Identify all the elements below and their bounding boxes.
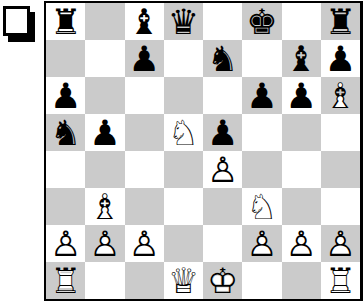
white-piece-fill: ♟: [207, 152, 238, 187]
square-f6[interactable]: ♟: [242, 77, 281, 114]
white-piece-outline: ♕: [168, 263, 199, 298]
piece-white-queen[interactable]: ♛♕: [164, 262, 203, 299]
square-e1[interactable]: ♚♔: [203, 262, 242, 299]
piece-white-pawn[interactable]: ♟♙: [282, 225, 321, 262]
square-a4[interactable]: [46, 151, 85, 188]
white-piece-outline: ♙: [128, 226, 159, 261]
white-piece-outline: ♖: [325, 263, 356, 298]
white-piece-outline: ♖: [50, 263, 81, 298]
white-piece-fill: ♟: [50, 226, 81, 261]
square-d5[interactable]: ♞♘: [164, 114, 203, 151]
square-h2[interactable]: ♟♙: [321, 225, 360, 262]
square-h7[interactable]: ♟: [321, 40, 360, 77]
piece-black-pawn[interactable]: ♟: [46, 77, 85, 114]
white-piece-outline: ♔: [207, 263, 238, 298]
piece-black-pawn[interactable]: ♟: [85, 114, 124, 151]
square-b6[interactable]: [85, 77, 124, 114]
black-piece-glyph: ♟: [89, 115, 120, 150]
black-piece-glyph: ♜: [325, 4, 356, 39]
square-b2[interactable]: ♟♙: [85, 225, 124, 262]
square-e2[interactable]: [203, 225, 242, 262]
black-piece-glyph: ♞: [50, 115, 81, 150]
square-a5[interactable]: ♞: [46, 114, 85, 151]
black-piece-glyph: ♟: [285, 78, 316, 113]
white-piece-outline: ♙: [50, 226, 81, 261]
square-f8[interactable]: ♚: [242, 3, 281, 40]
black-piece-glyph: ♝: [128, 4, 159, 39]
square-h6[interactable]: ♝♗: [321, 77, 360, 114]
square-b7[interactable]: [85, 40, 124, 77]
square-b8[interactable]: [85, 3, 124, 40]
white-piece-outline: ♘: [246, 189, 277, 224]
white-piece-outline: ♙: [325, 226, 356, 261]
piece-black-pawn[interactable]: ♟: [203, 114, 242, 151]
black-piece-glyph: ♟: [50, 78, 81, 113]
square-e5[interactable]: ♟: [203, 114, 242, 151]
piece-white-king[interactable]: ♚♔: [203, 262, 242, 299]
square-c2[interactable]: ♟♙: [125, 225, 164, 262]
white-piece-fill: ♝: [325, 78, 356, 113]
piece-white-knight[interactable]: ♞♘: [164, 114, 203, 151]
piece-white-pawn[interactable]: ♟♙: [125, 225, 164, 262]
square-e3[interactable]: [203, 188, 242, 225]
piece-white-pawn[interactable]: ♟♙: [321, 225, 360, 262]
white-piece-outline: ♙: [285, 226, 316, 261]
square-a8[interactable]: ♜: [46, 3, 85, 40]
piece-white-knight[interactable]: ♞♘: [242, 188, 281, 225]
square-f4[interactable]: [242, 151, 281, 188]
square-c5[interactable]: [125, 114, 164, 151]
white-piece-outline: ♙: [207, 152, 238, 187]
piece-black-pawn[interactable]: ♟: [282, 77, 321, 114]
piece-white-bishop[interactable]: ♝♗: [85, 188, 124, 225]
white-piece-outline: ♘: [168, 115, 199, 150]
square-c3[interactable]: [125, 188, 164, 225]
black-piece-glyph: ♝: [285, 41, 316, 76]
piece-black-king[interactable]: ♚: [242, 3, 281, 40]
square-f5[interactable]: [242, 114, 281, 151]
white-piece-fill: ♛: [168, 263, 199, 298]
square-c4[interactable]: [125, 151, 164, 188]
piece-black-knight[interactable]: ♞: [46, 114, 85, 151]
square-g2[interactable]: ♟♙: [282, 225, 321, 262]
piece-white-rook[interactable]: ♜♖: [46, 262, 85, 299]
piece-black-pawn[interactable]: ♟: [125, 40, 164, 77]
square-h4[interactable]: [321, 151, 360, 188]
square-h3[interactable]: [321, 188, 360, 225]
square-d8[interactable]: ♛: [164, 3, 203, 40]
square-c1[interactable]: [125, 262, 164, 299]
piece-black-rook[interactable]: ♜: [46, 3, 85, 40]
square-c7[interactable]: ♟: [125, 40, 164, 77]
black-piece-glyph: ♞: [207, 41, 238, 76]
black-piece-glyph: ♜: [50, 4, 81, 39]
piece-black-bishop[interactable]: ♝: [282, 40, 321, 77]
square-f1[interactable]: [242, 262, 281, 299]
piece-white-pawn[interactable]: ♟♙: [242, 225, 281, 262]
white-piece-fill: ♝: [89, 189, 120, 224]
square-e8[interactable]: [203, 3, 242, 40]
white-piece-outline: ♗: [89, 189, 120, 224]
square-d4[interactable]: [164, 151, 203, 188]
white-piece-fill: ♟: [89, 226, 120, 261]
white-piece-fill: ♟: [285, 226, 316, 261]
black-piece-glyph: ♟: [128, 41, 159, 76]
white-piece-fill: ♜: [325, 263, 356, 298]
square-d2[interactable]: [164, 225, 203, 262]
white-piece-outline: ♙: [89, 226, 120, 261]
square-f7[interactable]: [242, 40, 281, 77]
piece-white-rook[interactable]: ♜♖: [321, 262, 360, 299]
piece-black-bishop[interactable]: ♝: [125, 3, 164, 40]
white-piece-outline: ♙: [246, 226, 277, 261]
square-d7[interactable]: [164, 40, 203, 77]
white-piece-fill: ♟: [128, 226, 159, 261]
turn-indicator-white-to-move: [3, 6, 30, 36]
square-g5[interactable]: [282, 114, 321, 151]
square-g3[interactable]: [282, 188, 321, 225]
square-d3[interactable]: [164, 188, 203, 225]
black-piece-glyph: ♟: [246, 78, 277, 113]
piece-white-pawn[interactable]: ♟♙: [46, 225, 85, 262]
square-g1[interactable]: [282, 262, 321, 299]
piece-white-pawn[interactable]: ♟♙: [85, 225, 124, 262]
square-e4[interactable]: ♟♙: [203, 151, 242, 188]
piece-black-knight[interactable]: ♞: [203, 40, 242, 77]
square-a2[interactable]: ♟♙: [46, 225, 85, 262]
piece-black-queen[interactable]: ♛: [164, 3, 203, 40]
square-h8[interactable]: ♜: [321, 3, 360, 40]
white-piece-fill: ♟: [325, 226, 356, 261]
black-piece-glyph: ♟: [325, 41, 356, 76]
square-h5[interactable]: [321, 114, 360, 151]
square-a6[interactable]: ♟: [46, 77, 85, 114]
square-f2[interactable]: ♟♙: [242, 225, 281, 262]
piece-black-rook[interactable]: ♜: [321, 3, 360, 40]
piece-black-pawn[interactable]: ♟: [242, 77, 281, 114]
square-d6[interactable]: [164, 77, 203, 114]
square-c6[interactable]: [125, 77, 164, 114]
white-piece-fill: ♞: [168, 115, 199, 150]
square-g4[interactable]: [282, 151, 321, 188]
square-g6[interactable]: ♟: [282, 77, 321, 114]
white-piece-fill: ♜: [50, 263, 81, 298]
chess-board: ♜♝♛♚♜♟♞♝♟♟♟♟♝♗♞♟♞♘♟♟♙♝♗♞♘♟♙♟♙♟♙♟♙♟♙♟♙♜♖♛…: [44, 1, 363, 301]
piece-white-pawn[interactable]: ♟♙: [203, 151, 242, 188]
piece-white-bishop[interactable]: ♝♗: [321, 77, 360, 114]
white-piece-fill: ♚: [207, 263, 238, 298]
white-piece-fill: ♟: [246, 226, 277, 261]
square-g7[interactable]: ♝: [282, 40, 321, 77]
square-e7[interactable]: ♞: [203, 40, 242, 77]
square-d1[interactable]: ♛♕: [164, 262, 203, 299]
square-b4[interactable]: [85, 151, 124, 188]
square-a1[interactable]: ♜♖: [46, 262, 85, 299]
square-c8[interactable]: ♝: [125, 3, 164, 40]
square-e6[interactable]: [203, 77, 242, 114]
square-a7[interactable]: [46, 40, 85, 77]
piece-black-pawn[interactable]: ♟: [321, 40, 360, 77]
square-g8[interactable]: [282, 3, 321, 40]
black-piece-glyph: ♟: [207, 115, 238, 150]
square-h1[interactable]: ♜♖: [321, 262, 360, 299]
square-f3[interactable]: ♞♘: [242, 188, 281, 225]
black-piece-glyph: ♚: [246, 4, 277, 39]
square-a3[interactable]: [46, 188, 85, 225]
black-piece-glyph: ♛: [168, 4, 199, 39]
white-piece-fill: ♞: [246, 189, 277, 224]
square-b1[interactable]: [85, 262, 124, 299]
white-piece-outline: ♗: [325, 78, 356, 113]
square-b5[interactable]: ♟: [85, 114, 124, 151]
square-b3[interactable]: ♝♗: [85, 188, 124, 225]
